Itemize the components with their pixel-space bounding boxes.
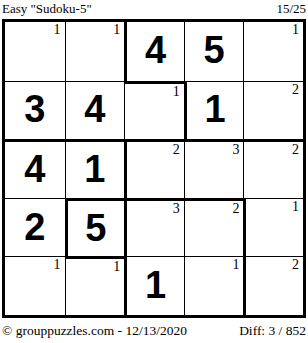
cell-r5c1[interactable]: 1 bbox=[5, 256, 65, 315]
cell-r4c2[interactable]: 5 bbox=[65, 198, 125, 257]
cell-r3c5[interactable]: 2 bbox=[243, 139, 303, 198]
cell-r3c2[interactable]: 1 bbox=[65, 139, 125, 198]
cell-r1c1[interactable]: 1 bbox=[5, 22, 65, 81]
corner-mark: 2 bbox=[232, 201, 239, 217]
corner-mark: 3 bbox=[173, 201, 180, 217]
cell-r4c4[interactable]: 2 bbox=[184, 198, 244, 257]
cell-r2c1[interactable]: 3 bbox=[5, 81, 65, 140]
corner-mark: 2 bbox=[292, 257, 299, 273]
cell-r2c3[interactable]: 1 bbox=[124, 81, 184, 140]
cell-r1c5[interactable]: 1 bbox=[243, 22, 303, 81]
sudoku-board: 1 1 4 5 1 3 4 1 1 2 4 1 2 3 2 2 5 3 2 1 … bbox=[2, 19, 306, 318]
corner-mark: 1 bbox=[232, 257, 239, 273]
given-digit: 1 bbox=[205, 90, 226, 130]
corner-mark: 2 bbox=[292, 82, 299, 98]
corner-mark: 1 bbox=[113, 259, 120, 275]
corner-mark: 1 bbox=[54, 257, 61, 273]
corner-mark: 3 bbox=[232, 142, 239, 158]
difficulty-text: Diff: 3 / 852 bbox=[239, 323, 306, 338]
cell-r4c1[interactable]: 2 bbox=[5, 198, 65, 257]
corner-mark: 1 bbox=[292, 22, 299, 38]
given-digit: 4 bbox=[84, 90, 105, 130]
puzzle-counter: 15/25 bbox=[276, 2, 306, 16]
page-footer: © grouppuzzles.com - 12/13/2020 Diff: 3 … bbox=[0, 318, 308, 338]
corner-mark: 2 bbox=[173, 142, 180, 158]
page-header: Easy "Sudoku-5" 15/25 bbox=[0, 0, 308, 19]
given-digit: 4 bbox=[24, 150, 45, 190]
given-digit: 5 bbox=[85, 209, 106, 249]
cell-r3c1[interactable]: 4 bbox=[5, 139, 65, 198]
cell-r4c3[interactable]: 3 bbox=[124, 198, 184, 257]
given-digit: 5 bbox=[204, 31, 225, 71]
copyright-text: © grouppuzzles.com - 12/13/2020 bbox=[2, 323, 187, 338]
corner-mark: 1 bbox=[54, 22, 61, 38]
cell-r2c2[interactable]: 4 bbox=[65, 81, 125, 140]
cell-r1c2[interactable]: 1 bbox=[65, 22, 125, 81]
puzzle-title: Easy "Sudoku-5" bbox=[2, 2, 92, 16]
cell-r5c2[interactable]: 1 bbox=[65, 256, 125, 315]
cell-r3c3[interactable]: 2 bbox=[124, 139, 184, 198]
given-digit: 1 bbox=[84, 150, 105, 190]
corner-mark: 1 bbox=[173, 84, 180, 100]
corner-mark: 2 bbox=[292, 142, 299, 158]
cell-r2c5[interactable]: 2 bbox=[243, 81, 303, 140]
cell-r4c5[interactable]: 1 bbox=[243, 198, 303, 257]
cell-r1c4[interactable]: 5 bbox=[184, 22, 244, 81]
given-digit: 3 bbox=[24, 90, 45, 130]
cell-r1c3[interactable]: 4 bbox=[124, 22, 184, 81]
given-digit: 4 bbox=[145, 31, 166, 71]
given-digit: 2 bbox=[24, 208, 45, 248]
cell-r5c3[interactable]: 1 bbox=[124, 256, 184, 315]
corner-mark: 1 bbox=[292, 199, 299, 215]
given-digit: 1 bbox=[145, 266, 166, 306]
cell-r2c4[interactable]: 1 bbox=[184, 81, 244, 140]
corner-mark: 1 bbox=[113, 22, 120, 38]
cell-r5c4[interactable]: 1 bbox=[184, 256, 244, 315]
cell-r3c4[interactable]: 3 bbox=[184, 139, 244, 198]
cell-r5c5[interactable]: 2 bbox=[243, 256, 303, 315]
